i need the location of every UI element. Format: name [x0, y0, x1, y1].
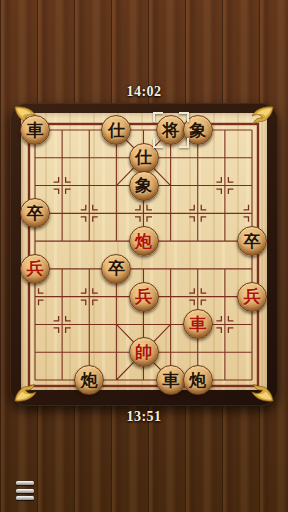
- piece-black-6-9[interactable]: 炮: [183, 365, 213, 395]
- hamburger-menu-button[interactable]: [16, 481, 36, 500]
- piece-black-5-9[interactable]: 車: [156, 365, 186, 395]
- piece-black-2-9[interactable]: 炮: [74, 365, 104, 395]
- pieces-layer: 車仕将象仕象卒炮卒兵卒兵兵車帥炮車炮: [0, 0, 288, 512]
- piece-red-4-8[interactable]: 帥: [129, 337, 159, 367]
- piece-black-0-3[interactable]: 卒: [20, 198, 50, 228]
- selected-piece-marker: [153, 112, 189, 148]
- piece-red-6-7[interactable]: 車: [183, 309, 213, 339]
- piece-black-3-0[interactable]: 仕: [101, 115, 131, 145]
- hamburger-icon: [16, 489, 34, 493]
- hamburger-icon: [16, 496, 34, 500]
- piece-black-8-4[interactable]: 卒: [237, 226, 267, 256]
- piece-black-4-2[interactable]: 象: [129, 171, 159, 201]
- piece-red-4-6[interactable]: 兵: [129, 282, 159, 312]
- piece-black-3-5[interactable]: 卒: [101, 254, 131, 284]
- piece-red-0-5[interactable]: 兵: [20, 254, 50, 284]
- piece-red-8-6[interactable]: 兵: [237, 282, 267, 312]
- piece-red-4-4[interactable]: 炮: [129, 226, 159, 256]
- piece-black-0-0[interactable]: 車: [20, 115, 50, 145]
- hamburger-icon: [16, 481, 34, 485]
